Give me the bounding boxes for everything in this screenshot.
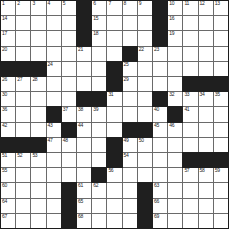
clue-number: 22 xyxy=(139,47,144,52)
white-cell[interactable]: 7 xyxy=(107,1,121,15)
clue-number: 21 xyxy=(78,47,83,52)
white-cell[interactable] xyxy=(31,16,45,30)
white-cell[interactable]: 45 xyxy=(153,123,167,137)
white-cell[interactable] xyxy=(31,168,45,182)
clue-number: 44 xyxy=(78,123,83,128)
white-cell[interactable] xyxy=(168,47,182,61)
block-cell xyxy=(92,92,106,106)
white-cell[interactable] xyxy=(107,107,121,121)
white-cell[interactable]: 42 xyxy=(1,123,15,137)
white-cell[interactable]: 18 xyxy=(92,31,106,45)
white-cell[interactable] xyxy=(62,153,76,167)
block-cell xyxy=(123,123,137,137)
block-cell xyxy=(138,183,152,197)
clue-number: 40 xyxy=(154,107,159,112)
white-cell[interactable] xyxy=(31,183,45,197)
white-cell[interactable] xyxy=(47,47,61,61)
white-cell[interactable] xyxy=(31,214,45,228)
white-cell[interactable]: 26 xyxy=(1,77,15,91)
white-cell[interactable] xyxy=(92,138,106,152)
white-cell[interactable]: 32 xyxy=(168,92,182,106)
white-cell[interactable]: 11 xyxy=(183,1,197,15)
white-cell[interactable] xyxy=(16,107,30,121)
white-cell[interactable] xyxy=(183,183,197,197)
clue-number: 54 xyxy=(124,153,129,158)
clue-number: 36 xyxy=(2,107,7,112)
clue-number: 57 xyxy=(184,168,189,173)
white-cell[interactable]: 53 xyxy=(31,153,45,167)
white-cell[interactable] xyxy=(107,16,121,30)
block-cell xyxy=(153,31,167,45)
clue-number: 13 xyxy=(215,1,220,6)
white-cell[interactable] xyxy=(47,153,61,167)
clue-number: 37 xyxy=(63,107,68,112)
white-cell[interactable]: 6 xyxy=(92,1,106,15)
block-cell xyxy=(214,153,228,167)
white-cell[interactable] xyxy=(214,16,228,30)
white-cell[interactable]: 25 xyxy=(123,62,137,76)
white-cell[interactable]: 3 xyxy=(31,1,45,15)
block-cell xyxy=(153,16,167,30)
block-cell xyxy=(199,153,213,167)
clue-number: 7 xyxy=(108,1,110,6)
clue-number: 47 xyxy=(48,138,53,143)
clue-number: 61 xyxy=(78,183,83,188)
white-cell[interactable]: 23 xyxy=(153,47,167,61)
clue-number: 23 xyxy=(154,47,159,52)
white-cell[interactable] xyxy=(168,214,182,228)
block-cell xyxy=(16,138,30,152)
white-cell[interactable] xyxy=(31,107,45,121)
white-cell[interactable]: 14 xyxy=(1,16,15,30)
white-cell[interactable]: 46 xyxy=(168,123,182,137)
white-cell[interactable]: 57 xyxy=(183,168,197,182)
white-cell[interactable] xyxy=(107,183,121,197)
white-cell[interactable] xyxy=(214,183,228,197)
white-cell[interactable]: 8 xyxy=(123,1,137,15)
white-cell[interactable] xyxy=(16,31,30,45)
white-cell[interactable]: 2 xyxy=(16,1,30,15)
white-cell[interactable] xyxy=(183,199,197,213)
white-cell[interactable] xyxy=(183,62,197,76)
clue-number: 19 xyxy=(169,31,174,36)
block-cell xyxy=(138,199,152,213)
white-cell[interactable]: 51 xyxy=(1,153,15,167)
white-cell[interactable]: 58 xyxy=(199,168,213,182)
white-cell[interactable]: 28 xyxy=(31,77,45,91)
block-cell xyxy=(107,138,121,152)
clue-number: 9 xyxy=(139,1,141,6)
white-cell[interactable] xyxy=(153,77,167,91)
clue-number: 65 xyxy=(78,199,83,204)
block-cell xyxy=(168,107,182,121)
clue-number: 55 xyxy=(2,168,7,173)
clue-number: 33 xyxy=(184,92,189,97)
white-cell[interactable] xyxy=(214,47,228,61)
white-cell[interactable] xyxy=(168,62,182,76)
white-cell[interactable] xyxy=(153,138,167,152)
white-cell[interactable]: 29 xyxy=(123,77,137,91)
clue-number: 42 xyxy=(2,123,7,128)
block-cell xyxy=(138,214,152,228)
clue-number: 2 xyxy=(17,1,19,6)
white-cell[interactable]: 55 xyxy=(1,168,15,182)
clue-number: 58 xyxy=(200,168,205,173)
clue-number: 38 xyxy=(78,107,83,112)
white-cell[interactable] xyxy=(214,199,228,213)
clue-number: 43 xyxy=(48,123,53,128)
white-cell[interactable]: 22 xyxy=(138,47,152,61)
block-cell xyxy=(183,153,197,167)
white-cell[interactable] xyxy=(31,199,45,213)
clue-number: 52 xyxy=(17,153,22,158)
block-cell xyxy=(62,123,76,137)
white-cell[interactable]: 60 xyxy=(1,183,15,197)
white-cell[interactable]: 48 xyxy=(62,138,76,152)
white-cell[interactable] xyxy=(47,199,61,213)
clue-number: 66 xyxy=(154,199,159,204)
white-cell[interactable] xyxy=(31,47,45,61)
white-cell[interactable] xyxy=(77,153,91,167)
block-cell xyxy=(153,1,167,15)
white-cell[interactable] xyxy=(47,77,61,91)
white-cell[interactable] xyxy=(138,31,152,45)
block-cell xyxy=(31,138,45,152)
white-cell[interactable]: 66 xyxy=(153,199,167,213)
clue-number: 1 xyxy=(2,1,4,6)
white-cell[interactable]: 4 xyxy=(47,1,61,15)
block-cell xyxy=(1,62,15,76)
clue-number: 50 xyxy=(139,138,144,143)
white-cell[interactable] xyxy=(92,214,106,228)
white-cell[interactable] xyxy=(214,62,228,76)
block-cell xyxy=(1,138,15,152)
clue-number: 5 xyxy=(63,1,65,6)
clue-number: 28 xyxy=(32,77,37,82)
white-cell[interactable] xyxy=(183,138,197,152)
clue-number: 3 xyxy=(32,1,34,6)
clue-number: 31 xyxy=(108,92,113,97)
white-cell[interactable] xyxy=(168,77,182,91)
white-cell[interactable]: 52 xyxy=(16,153,30,167)
white-cell[interactable] xyxy=(199,123,213,137)
clue-number: 63 xyxy=(154,183,159,188)
white-cell[interactable] xyxy=(77,77,91,91)
white-cell[interactable] xyxy=(214,31,228,45)
white-cell[interactable]: 31 xyxy=(107,92,121,106)
white-cell[interactable]: 21 xyxy=(77,47,91,61)
white-cell[interactable]: 17 xyxy=(1,31,15,45)
white-cell[interactable] xyxy=(168,153,182,167)
white-cell[interactable] xyxy=(123,92,137,106)
white-cell[interactable] xyxy=(107,199,121,213)
white-cell[interactable]: 59 xyxy=(214,168,228,182)
white-cell[interactable] xyxy=(92,123,106,137)
white-cell[interactable]: 67 xyxy=(1,214,15,228)
white-cell[interactable]: 47 xyxy=(47,138,61,152)
white-cell[interactable] xyxy=(62,16,76,30)
white-cell[interactable] xyxy=(47,16,61,30)
clue-number: 45 xyxy=(154,123,159,128)
white-cell[interactable] xyxy=(107,214,121,228)
clue-number: 10 xyxy=(169,1,174,6)
block-cell xyxy=(107,153,121,167)
white-cell[interactable] xyxy=(199,62,213,76)
clue-number: 60 xyxy=(2,183,7,188)
white-cell[interactable] xyxy=(62,31,76,45)
white-cell[interactable] xyxy=(123,183,137,197)
white-cell[interactable] xyxy=(31,123,45,137)
white-cell[interactable] xyxy=(214,107,228,121)
clue-number: 32 xyxy=(169,92,174,97)
block-cell xyxy=(31,62,45,76)
white-cell[interactable] xyxy=(123,199,137,213)
clue-number: 15 xyxy=(93,16,98,21)
clue-number: 34 xyxy=(200,92,205,97)
white-cell[interactable] xyxy=(16,92,30,106)
white-cell[interactable] xyxy=(62,92,76,106)
white-cell[interactable] xyxy=(199,47,213,61)
white-cell[interactable] xyxy=(168,199,182,213)
white-cell[interactable] xyxy=(92,153,106,167)
white-cell[interactable] xyxy=(47,183,61,197)
clue-number: 48 xyxy=(63,138,68,143)
block-cell xyxy=(123,47,137,61)
white-cell[interactable] xyxy=(199,16,213,30)
white-cell[interactable]: 62 xyxy=(92,183,106,197)
white-cell[interactable] xyxy=(16,168,30,182)
block-cell xyxy=(16,62,30,76)
white-cell[interactable] xyxy=(138,107,152,121)
white-cell[interactable]: 43 xyxy=(47,123,61,137)
clue-number: 51 xyxy=(2,153,7,158)
white-cell[interactable] xyxy=(123,214,137,228)
white-cell[interactable] xyxy=(47,214,61,228)
white-cell[interactable]: 16 xyxy=(168,16,182,30)
white-cell[interactable]: 27 xyxy=(16,77,30,91)
block-cell xyxy=(77,31,91,45)
white-cell[interactable] xyxy=(123,168,137,182)
white-cell[interactable] xyxy=(92,199,106,213)
clue-number: 39 xyxy=(93,107,98,112)
white-cell[interactable] xyxy=(107,123,121,137)
clue-number: 62 xyxy=(93,183,98,188)
white-cell[interactable]: 64 xyxy=(1,199,15,213)
clue-number: 29 xyxy=(124,77,129,82)
white-cell[interactable]: 44 xyxy=(77,123,91,137)
white-cell[interactable] xyxy=(123,16,137,30)
white-cell[interactable]: 12 xyxy=(199,1,213,15)
clue-number: 11 xyxy=(184,1,189,6)
white-cell[interactable] xyxy=(16,47,30,61)
white-cell[interactable]: 65 xyxy=(77,199,91,213)
white-cell[interactable] xyxy=(183,123,197,137)
white-cell[interactable] xyxy=(199,107,213,121)
white-cell[interactable]: 40 xyxy=(153,107,167,121)
white-cell[interactable] xyxy=(199,199,213,213)
white-cell[interactable] xyxy=(47,31,61,45)
white-cell[interactable] xyxy=(16,123,30,137)
white-cell[interactable]: 15 xyxy=(92,16,106,30)
block-cell xyxy=(153,92,167,106)
white-cell[interactable]: 61 xyxy=(77,183,91,197)
white-cell[interactable] xyxy=(153,153,167,167)
white-cell[interactable] xyxy=(199,183,213,197)
clue-number: 69 xyxy=(154,214,159,219)
white-cell[interactable] xyxy=(199,31,213,45)
white-cell[interactable] xyxy=(138,77,152,91)
clue-number: 4 xyxy=(48,1,50,6)
white-cell[interactable] xyxy=(107,47,121,61)
white-cell[interactable] xyxy=(92,47,106,61)
white-cell[interactable] xyxy=(16,183,30,197)
white-cell[interactable] xyxy=(183,16,197,30)
block-cell xyxy=(92,168,106,182)
clue-number: 16 xyxy=(169,16,174,21)
white-cell[interactable] xyxy=(123,107,137,121)
white-cell[interactable] xyxy=(77,62,91,76)
block-cell xyxy=(77,16,91,30)
white-cell[interactable]: 38 xyxy=(77,107,91,121)
clue-number: 18 xyxy=(93,31,98,36)
white-cell[interactable] xyxy=(138,153,152,167)
block-cell xyxy=(77,1,91,15)
white-cell[interactable] xyxy=(16,199,30,213)
white-cell[interactable]: 36 xyxy=(1,107,15,121)
block-cell xyxy=(47,107,61,121)
block-cell xyxy=(214,77,228,91)
white-cell[interactable] xyxy=(123,31,137,45)
white-cell[interactable]: 50 xyxy=(138,138,152,152)
block-cell xyxy=(199,77,213,91)
white-cell[interactable]: 49 xyxy=(123,138,137,152)
white-cell[interactable] xyxy=(77,138,91,152)
clue-number: 20 xyxy=(2,47,7,52)
white-cell[interactable] xyxy=(138,62,152,76)
white-cell[interactable] xyxy=(62,168,76,182)
white-cell[interactable] xyxy=(138,92,152,106)
block-cell xyxy=(62,214,76,228)
white-cell[interactable]: 63 xyxy=(153,183,167,197)
block-cell xyxy=(107,62,121,76)
clue-number: 68 xyxy=(78,214,83,219)
white-cell[interactable] xyxy=(31,92,45,106)
white-cell[interactable]: 13 xyxy=(214,1,228,15)
block-cell xyxy=(62,183,76,197)
white-cell[interactable] xyxy=(62,47,76,61)
white-cell[interactable] xyxy=(62,77,76,91)
white-cell[interactable]: 68 xyxy=(77,214,91,228)
clue-number: 14 xyxy=(2,16,7,21)
white-cell[interactable] xyxy=(31,31,45,45)
white-cell[interactable] xyxy=(16,16,30,30)
clue-number: 8 xyxy=(124,1,126,6)
clue-number: 26 xyxy=(2,77,7,82)
white-cell[interactable] xyxy=(92,77,106,91)
white-cell[interactable] xyxy=(199,138,213,152)
crossword-grid: 1234567891011121314151617181920212223242… xyxy=(0,0,229,229)
white-cell[interactable] xyxy=(153,62,167,76)
clue-number: 53 xyxy=(32,153,37,158)
white-cell[interactable] xyxy=(183,31,197,45)
white-cell[interactable] xyxy=(47,92,61,106)
white-cell[interactable] xyxy=(138,168,152,182)
white-cell[interactable] xyxy=(153,168,167,182)
white-cell[interactable]: 41 xyxy=(183,107,197,121)
clue-number: 41 xyxy=(184,107,189,112)
white-cell[interactable]: 56 xyxy=(107,168,121,182)
clue-number: 25 xyxy=(124,62,129,67)
white-cell[interactable]: 19 xyxy=(168,31,182,45)
white-cell[interactable] xyxy=(168,183,182,197)
block-cell xyxy=(183,77,197,91)
white-cell[interactable]: 37 xyxy=(62,107,76,121)
clue-number: 67 xyxy=(2,214,7,219)
clue-number: 59 xyxy=(215,168,220,173)
white-cell[interactable]: 1 xyxy=(1,1,15,15)
white-cell[interactable] xyxy=(47,168,61,182)
white-cell[interactable] xyxy=(77,168,91,182)
clue-number: 49 xyxy=(124,138,129,143)
block-cell xyxy=(62,199,76,213)
block-cell xyxy=(138,123,152,137)
clue-number: 17 xyxy=(2,31,7,36)
white-cell[interactable]: 30 xyxy=(1,92,15,106)
clue-number: 35 xyxy=(215,92,220,97)
white-cell[interactable] xyxy=(16,214,30,228)
white-cell[interactable]: 35 xyxy=(214,92,228,106)
white-cell[interactable] xyxy=(214,123,228,137)
white-cell[interactable]: 34 xyxy=(199,92,213,106)
white-cell[interactable] xyxy=(92,62,106,76)
white-cell[interactable] xyxy=(168,138,182,152)
clue-number: 64 xyxy=(2,199,7,204)
white-cell[interactable] xyxy=(138,16,152,30)
white-cell[interactable]: 10 xyxy=(168,1,182,15)
clue-number: 12 xyxy=(200,1,205,6)
white-cell[interactable]: 20 xyxy=(1,47,15,61)
white-cell[interactable] xyxy=(199,214,213,228)
white-cell[interactable]: 39 xyxy=(92,107,106,121)
white-cell[interactable] xyxy=(168,168,182,182)
block-cell xyxy=(107,77,121,91)
white-cell[interactable]: 33 xyxy=(183,92,197,106)
clue-number: 30 xyxy=(2,92,7,97)
clue-number: 6 xyxy=(93,1,95,6)
white-cell[interactable] xyxy=(214,138,228,152)
white-cell[interactable] xyxy=(107,31,121,45)
clue-number: 24 xyxy=(48,62,53,67)
white-cell[interactable]: 69 xyxy=(153,214,167,228)
white-cell[interactable] xyxy=(183,214,197,228)
white-cell[interactable]: 54 xyxy=(123,153,137,167)
white-cell[interactable]: 9 xyxy=(138,1,152,15)
clue-number: 46 xyxy=(169,123,174,128)
white-cell[interactable] xyxy=(183,47,197,61)
clue-number: 56 xyxy=(108,168,113,173)
white-cell[interactable]: 5 xyxy=(62,1,76,15)
white-cell[interactable] xyxy=(62,62,76,76)
block-cell xyxy=(77,92,91,106)
clue-number: 27 xyxy=(17,77,22,82)
white-cell[interactable]: 24 xyxy=(47,62,61,76)
white-cell[interactable] xyxy=(214,214,228,228)
